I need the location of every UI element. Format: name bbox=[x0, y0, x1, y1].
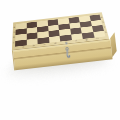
coordinate-label: 2 bbox=[13, 37, 15, 39]
metal-hook-clasp-icon bbox=[64, 44, 71, 57]
coordinate-label: g bbox=[85, 39, 87, 41]
product-photo-chess-box: abcdefgh 1234 1234 bbox=[0, 0, 120, 120]
coordinate-label: d bbox=[54, 42, 56, 44]
coordinate-label: 2 bbox=[103, 26, 105, 28]
coordinate-label: 4 bbox=[13, 27, 15, 29]
box-right-end bbox=[110, 32, 116, 57]
coordinate-label: 1 bbox=[105, 31, 107, 33]
coordinate-label: a bbox=[22, 46, 24, 48]
coordinate-label: 3 bbox=[13, 32, 15, 34]
coordinate-label: f bbox=[76, 40, 77, 42]
coordinate-label: h bbox=[96, 38, 98, 40]
coordinate-label: c bbox=[44, 44, 46, 46]
coordinate-label: b bbox=[33, 45, 35, 47]
coordinate-label: 3 bbox=[102, 21, 104, 23]
coordinate-label: 4 bbox=[101, 17, 103, 19]
coordinate-label: 1 bbox=[13, 42, 15, 44]
